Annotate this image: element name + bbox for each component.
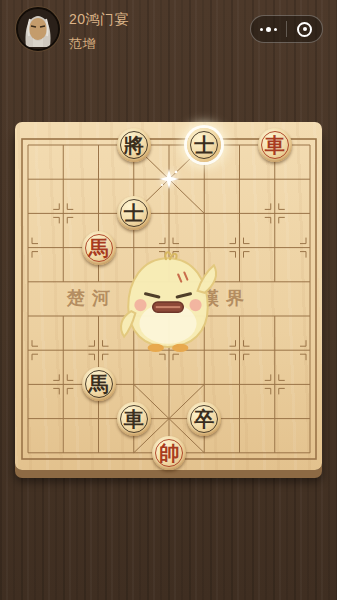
piece-ring xyxy=(120,131,148,159)
piece-將[interactable]: 將 xyxy=(117,128,151,162)
piece-士[interactable]: 士 xyxy=(117,196,151,230)
piece-ring xyxy=(261,131,289,159)
piece-ring xyxy=(190,405,218,433)
piece-馬[interactable]: 馬 xyxy=(82,367,116,401)
dot-icon xyxy=(274,28,277,31)
piece-士[interactable]: 士 xyxy=(187,128,221,162)
piece-卒[interactable]: 卒 xyxy=(187,402,221,436)
dot-icon xyxy=(260,28,263,31)
player-name: 范增 xyxy=(69,35,129,53)
piece-ring xyxy=(85,234,113,262)
piece-車[interactable]: 車 xyxy=(258,128,292,162)
dot-icon xyxy=(266,27,271,32)
target-circle-icon xyxy=(297,22,312,37)
miniprogram-capsule xyxy=(250,15,323,43)
pieces-layer: 將士車士馬馬車卒帥 xyxy=(15,122,322,470)
piece-帥[interactable]: 帥 xyxy=(152,436,186,470)
piece-ring xyxy=(85,370,113,398)
piece-馬[interactable]: 馬 xyxy=(82,231,116,265)
bottom-bar: 锦 15 求助 6步 3DMGAME xyxy=(0,540,337,600)
level-title: 20鸿门宴 xyxy=(69,11,129,29)
player-avatar[interactable] xyxy=(16,7,60,51)
xiangqi-board[interactable]: 楚河 漢界 將士車士馬馬車卒帥 xyxy=(15,122,322,470)
close-circle-button[interactable] xyxy=(287,22,322,37)
piece-ring xyxy=(120,199,148,227)
piece-ring xyxy=(155,439,183,467)
top-bar: 20鸿门宴 范增 xyxy=(0,0,337,62)
piece-ring xyxy=(120,405,148,433)
more-options-button[interactable] xyxy=(251,27,286,32)
last-move-sparkle xyxy=(158,168,180,190)
piece-車[interactable]: 車 xyxy=(117,402,151,436)
old-man-portrait xyxy=(18,9,58,49)
